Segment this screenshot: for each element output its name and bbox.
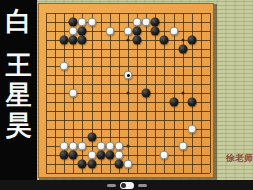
star-point xyxy=(181,38,184,41)
black-stone xyxy=(187,97,196,106)
toggle-knob xyxy=(121,183,126,188)
white-stone xyxy=(114,142,123,151)
star-point xyxy=(127,145,130,148)
black-stone xyxy=(169,97,178,106)
goban xyxy=(38,3,214,178)
white-stone xyxy=(69,89,78,98)
grid-line-vertical xyxy=(155,13,156,173)
control-bar xyxy=(0,180,253,190)
star-point xyxy=(127,38,130,41)
white-stone xyxy=(96,142,105,151)
control-label-left xyxy=(107,184,116,187)
black-stone xyxy=(187,35,196,44)
grid-line-horizontal xyxy=(46,102,210,103)
player-name-char-2: 星 xyxy=(6,80,32,110)
white-stone xyxy=(124,71,133,80)
black-stone xyxy=(69,17,78,26)
player-name-char-3: 昊 xyxy=(6,110,32,140)
player-name-char-1: 王 xyxy=(6,50,32,80)
watermark-text: 徐老师围 xyxy=(226,152,253,165)
white-stone xyxy=(142,17,151,26)
grid-line-horizontal xyxy=(46,173,210,174)
control-label-right xyxy=(138,184,147,187)
grid-line-horizontal xyxy=(46,120,210,121)
grid-line-horizontal xyxy=(46,137,210,138)
black-stone xyxy=(78,26,87,35)
white-stone xyxy=(105,142,114,151)
white-stone xyxy=(124,26,133,35)
white-stone xyxy=(69,142,78,151)
white-stone xyxy=(69,26,78,35)
white-stone xyxy=(187,124,196,133)
black-stone xyxy=(133,35,142,44)
black-stone xyxy=(69,35,78,44)
black-stone xyxy=(142,89,151,98)
black-stone xyxy=(114,160,123,169)
video-frame: 白 王 星 昊 徐老师围 xyxy=(0,0,253,190)
black-stone xyxy=(151,26,160,35)
white-stone xyxy=(169,26,178,35)
black-stone xyxy=(133,26,142,35)
star-point xyxy=(181,92,184,95)
white-stone xyxy=(105,26,114,35)
black-stone xyxy=(105,151,114,160)
grid-line-horizontal xyxy=(46,111,210,112)
black-stone xyxy=(178,44,187,53)
white-stone xyxy=(87,17,96,26)
black-stone xyxy=(96,151,105,160)
white-stone xyxy=(160,151,169,160)
black-stone xyxy=(60,151,69,160)
black-stone xyxy=(87,133,96,142)
player-color-label: 白 xyxy=(6,6,32,36)
grid-line-vertical xyxy=(201,13,202,173)
white-stone xyxy=(124,160,133,169)
white-stone xyxy=(78,17,87,26)
white-stone xyxy=(133,17,142,26)
toggle-switch[interactable] xyxy=(120,182,134,189)
white-stone xyxy=(60,62,69,71)
star-point xyxy=(127,92,130,95)
black-stone xyxy=(69,151,78,160)
white-stone xyxy=(60,142,69,151)
white-stone xyxy=(87,151,96,160)
goban-grid xyxy=(46,13,210,173)
black-stone xyxy=(87,160,96,169)
black-stone xyxy=(160,35,169,44)
black-stone xyxy=(78,35,87,44)
black-stone xyxy=(60,35,69,44)
black-stone xyxy=(78,160,87,169)
grid-line-vertical xyxy=(210,13,211,173)
black-stone xyxy=(151,17,160,26)
white-stone xyxy=(114,151,123,160)
grid-line-horizontal xyxy=(46,129,210,130)
player-sidebar: 白 王 星 昊 xyxy=(0,0,37,180)
white-stone xyxy=(78,142,87,151)
grid-line-vertical xyxy=(174,13,175,173)
white-stone xyxy=(178,142,187,151)
